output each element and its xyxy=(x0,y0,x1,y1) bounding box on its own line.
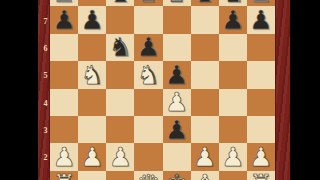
square-d1: ♛ xyxy=(134,171,162,180)
piece-white-bishop: ♝ xyxy=(193,171,216,180)
piece-black-knight: ♞ xyxy=(109,34,132,60)
piece-black-pawn: ♟ xyxy=(249,7,272,33)
square-e6 xyxy=(163,34,191,61)
square-g6 xyxy=(219,34,247,61)
rank-label-2: 2 xyxy=(41,153,50,162)
piece-black-pawn: ♟ xyxy=(165,117,188,143)
square-h7: ♟ xyxy=(247,6,275,33)
square-c6: ♞ xyxy=(106,34,134,61)
piece-black-bishop: ♝ xyxy=(193,0,216,6)
square-f3 xyxy=(191,116,219,143)
square-e5: ♟ xyxy=(163,61,191,88)
square-f2: ♟ xyxy=(191,143,219,170)
square-e3: ♟ xyxy=(163,116,191,143)
square-a2: ♟ xyxy=(50,143,78,170)
square-f6 xyxy=(191,34,219,61)
piece-white-pawn: ♟ xyxy=(165,89,188,115)
square-e2 xyxy=(163,143,191,170)
square-a3 xyxy=(50,116,78,143)
piece-white-queen: ♛ xyxy=(137,171,160,180)
piece-white-pawn: ♟ xyxy=(81,144,104,170)
piece-white-knight: ♞ xyxy=(137,62,160,88)
square-d5: ♞ xyxy=(134,61,162,88)
square-c3 xyxy=(106,116,134,143)
square-d3 xyxy=(134,116,162,143)
square-c2: ♟ xyxy=(106,143,134,170)
piece-black-king: ♚ xyxy=(165,0,188,6)
square-g5 xyxy=(219,61,247,88)
piece-black-pawn: ♟ xyxy=(137,34,160,60)
square-f1: ♝ xyxy=(191,171,219,180)
square-a7: ♟ xyxy=(50,6,78,33)
square-d7 xyxy=(134,6,162,33)
piece-white-king: ♚ xyxy=(165,171,188,180)
square-b2: ♟ xyxy=(78,143,106,170)
square-g3 xyxy=(219,116,247,143)
piece-black-pawn: ♟ xyxy=(81,7,104,33)
chess-diagram: 765432 ♜♝♛♚♝♞♜♟♟♟♟♞♟♞♞♟♟♟♟♟♟♟♟♟♜♛♚♝♜ xyxy=(0,0,320,180)
square-b4 xyxy=(78,89,106,116)
square-f5 xyxy=(191,61,219,88)
square-h5 xyxy=(247,61,275,88)
square-b3 xyxy=(78,116,106,143)
square-g2: ♟ xyxy=(219,143,247,170)
piece-black-bishop: ♝ xyxy=(109,0,132,6)
rank-label-6: 6 xyxy=(41,43,50,52)
square-c7 xyxy=(106,6,134,33)
square-d6: ♟ xyxy=(134,34,162,61)
piece-black-pawn: ♟ xyxy=(221,7,244,33)
piece-white-rook: ♜ xyxy=(52,171,75,180)
square-e4: ♟ xyxy=(163,89,191,116)
square-c1 xyxy=(106,171,134,180)
square-a5 xyxy=(50,61,78,88)
square-f7 xyxy=(191,6,219,33)
piece-white-pawn: ♟ xyxy=(221,144,244,170)
square-c4 xyxy=(106,89,134,116)
piece-white-pawn: ♟ xyxy=(193,144,216,170)
rank-label-7: 7 xyxy=(41,16,50,25)
square-c5 xyxy=(106,61,134,88)
square-h3 xyxy=(247,116,275,143)
square-e1: ♚ xyxy=(163,171,191,180)
piece-white-rook: ♜ xyxy=(249,171,272,180)
square-d4 xyxy=(134,89,162,116)
square-b7: ♟ xyxy=(78,6,106,33)
piece-white-pawn: ♟ xyxy=(109,144,132,170)
piece-black-pawn: ♟ xyxy=(52,7,75,33)
square-f4 xyxy=(191,89,219,116)
piece-black-queen: ♛ xyxy=(137,0,160,6)
square-b1 xyxy=(78,171,106,180)
square-g7: ♟ xyxy=(219,6,247,33)
square-g1 xyxy=(219,171,247,180)
rank-label-5: 5 xyxy=(41,71,50,80)
square-h2: ♟ xyxy=(247,143,275,170)
piece-white-knight: ♞ xyxy=(81,62,104,88)
square-b5: ♞ xyxy=(78,61,106,88)
square-a4 xyxy=(50,89,78,116)
square-d2 xyxy=(134,143,162,170)
piece-black-pawn: ♟ xyxy=(165,62,188,88)
square-h6 xyxy=(247,34,275,61)
rank-label-3: 3 xyxy=(41,126,50,135)
chess-board: ♜♝♛♚♝♞♜♟♟♟♟♞♟♞♞♟♟♟♟♟♟♟♟♟♜♛♚♝♜ xyxy=(50,0,275,180)
piece-white-pawn: ♟ xyxy=(249,144,272,170)
square-b6 xyxy=(78,34,106,61)
square-g4 xyxy=(219,89,247,116)
square-h4 xyxy=(247,89,275,116)
square-a1: ♜ xyxy=(50,171,78,180)
square-h1: ♜ xyxy=(247,171,275,180)
rank-label-4: 4 xyxy=(41,98,50,107)
piece-white-pawn: ♟ xyxy=(52,144,75,170)
square-e7 xyxy=(163,6,191,33)
square-a6 xyxy=(50,34,78,61)
